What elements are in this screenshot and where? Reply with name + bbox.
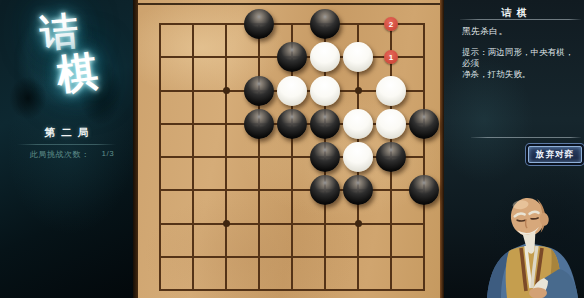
white-stone [376, 109, 406, 139]
attempts-value: 1/3 [102, 149, 115, 160]
grid-line-horizontal [159, 289, 425, 291]
star-point [355, 220, 362, 227]
black-stone [244, 76, 274, 106]
star-point [355, 87, 362, 94]
black-stone [310, 175, 340, 205]
go-puzzle-screen: 诘 棋 第二局 此局挑战次数： 1/3 21 诘棋 黑先杀白。 提示：两边同形，… [0, 0, 584, 298]
black-stone [277, 42, 307, 72]
move-marker: 2 [384, 17, 398, 31]
grid-line-horizontal [159, 256, 425, 258]
hint-line-2: 净杀，打劫失败。 [462, 69, 582, 80]
black-stone [310, 142, 340, 172]
board-edge-bottom [133, 292, 444, 298]
black-stone [310, 109, 340, 139]
info-panel: 诘棋 黑先杀白。 提示：两边同形，中央有棋，必须 净杀，打劫失败。 放弃对弈 [444, 0, 584, 298]
npc-portrait-old-man [481, 188, 584, 298]
hint-line-1: 提示：两边同形，中央有棋，必须 [462, 47, 582, 69]
white-stone [343, 42, 373, 72]
panel-title: 诘棋 [444, 6, 584, 20]
star-point [223, 220, 230, 227]
stage-label: 第二局 [0, 126, 133, 140]
white-stone [343, 109, 373, 139]
star-point [223, 87, 230, 94]
black-stone [277, 109, 307, 139]
white-stone [376, 76, 406, 106]
grid-line-horizontal [159, 189, 425, 191]
black-stone [409, 175, 439, 205]
black-stone [343, 175, 373, 205]
go-board[interactable]: 21 [133, 0, 444, 298]
black-stone [244, 9, 274, 39]
calligraphy-char-jie: 诘 [38, 11, 79, 52]
grid-line-horizontal [159, 223, 425, 225]
objective-text: 黑先杀白。 [462, 26, 507, 38]
white-stone [343, 142, 373, 172]
calligraphy-char-qi: 棋 [55, 51, 101, 97]
white-stone [310, 76, 340, 106]
white-stone [310, 42, 340, 72]
hint-text: 提示：两边同形，中央有棋，必须 净杀，打劫失败。 [462, 47, 582, 80]
white-stone [277, 76, 307, 106]
move-marker: 1 [384, 50, 398, 64]
panel-divider-bottom [471, 137, 581, 138]
forfeit-button[interactable]: 放弃对弈 [528, 146, 582, 163]
attempts-label: 此局挑战次数： [30, 149, 90, 160]
black-stone [244, 109, 274, 139]
panel-divider-top [460, 19, 581, 20]
attempts-row: 此局挑战次数： 1/3 [30, 149, 114, 160]
board-edge-top [133, 3, 444, 5]
board-edge-left [133, 0, 138, 298]
black-stone [310, 9, 340, 39]
sidebar: 诘 棋 第二局 此局挑战次数： 1/3 [0, 0, 133, 298]
stage-divider [17, 144, 116, 145]
grid-line-vertical [423, 23, 425, 291]
black-stone [409, 109, 439, 139]
black-stone [376, 142, 406, 172]
